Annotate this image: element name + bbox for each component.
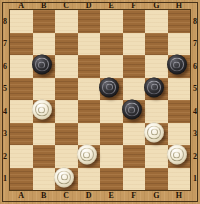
rank-label-right-3: 3 xyxy=(190,123,200,146)
rank-label-right-2: 2 xyxy=(190,145,200,168)
square-b5[interactable] xyxy=(33,78,56,101)
file-label-bottom-D: D xyxy=(78,190,101,201)
square-h5[interactable] xyxy=(168,78,191,101)
file-label-top-A: A xyxy=(10,0,33,10)
square-b1[interactable] xyxy=(33,168,56,191)
file-label-bottom-C: C xyxy=(55,190,78,201)
white-man-g3[interactable] xyxy=(144,122,164,142)
rank-label-left-4: 4 xyxy=(0,100,10,123)
file-label-top-B: B xyxy=(33,0,56,10)
square-e7[interactable] xyxy=(100,33,123,56)
square-h6[interactable] xyxy=(168,55,191,78)
square-d5[interactable] xyxy=(78,78,101,101)
square-f6[interactable] xyxy=(123,55,146,78)
square-b3[interactable] xyxy=(33,123,56,146)
square-d7[interactable] xyxy=(78,33,101,56)
square-h3[interactable] xyxy=(168,123,191,146)
rank-label-left-6: 6 xyxy=(0,55,10,78)
file-label-bottom-B: B xyxy=(33,190,56,201)
rank-label-right-7: 7 xyxy=(190,33,200,56)
rank-label-right-1: 1 xyxy=(190,168,200,191)
square-a4[interactable] xyxy=(10,100,33,123)
square-h2[interactable] xyxy=(168,145,191,168)
file-label-bottom-G: G xyxy=(145,190,168,201)
rank-label-left-7: 7 xyxy=(0,33,10,56)
black-man-b6[interactable] xyxy=(32,55,52,75)
square-c2[interactable] xyxy=(55,145,78,168)
file-label-bottom-H: H xyxy=(168,190,191,201)
square-f4[interactable] xyxy=(123,100,146,123)
square-a2[interactable] xyxy=(10,145,33,168)
square-a5[interactable] xyxy=(10,78,33,101)
square-c8[interactable] xyxy=(55,10,78,33)
square-d6[interactable] xyxy=(78,55,101,78)
black-man-g5[interactable] xyxy=(144,77,164,97)
square-d4[interactable] xyxy=(78,100,101,123)
square-c6[interactable] xyxy=(55,55,78,78)
black-man-e5[interactable] xyxy=(99,77,119,97)
square-g2[interactable] xyxy=(145,145,168,168)
white-man-c1[interactable] xyxy=(54,167,74,187)
black-man-h6[interactable] xyxy=(167,55,187,75)
square-e2[interactable] xyxy=(100,145,123,168)
file-label-bottom-E: E xyxy=(100,190,123,201)
square-e1[interactable] xyxy=(100,168,123,191)
rank-label-left-1: 1 xyxy=(0,168,10,191)
square-b4[interactable] xyxy=(33,100,56,123)
square-d1[interactable] xyxy=(78,168,101,191)
square-e5[interactable] xyxy=(100,78,123,101)
square-c1[interactable] xyxy=(55,168,78,191)
square-e6[interactable] xyxy=(100,55,123,78)
file-label-top-D: D xyxy=(78,0,101,10)
board xyxy=(10,10,190,190)
square-g5[interactable] xyxy=(145,78,168,101)
rank-label-left-2: 2 xyxy=(0,145,10,168)
square-d2[interactable] xyxy=(78,145,101,168)
square-h1[interactable] xyxy=(168,168,191,191)
rank-label-left-5: 5 xyxy=(0,78,10,101)
white-man-h2[interactable] xyxy=(167,145,187,165)
file-labels-top: ABCDEFGH xyxy=(10,0,190,10)
square-d3[interactable] xyxy=(78,123,101,146)
square-f5[interactable] xyxy=(123,78,146,101)
rank-label-right-8: 8 xyxy=(190,10,200,33)
file-label-top-E: E xyxy=(100,0,123,10)
rank-label-right-5: 5 xyxy=(190,78,200,101)
square-e4[interactable] xyxy=(100,100,123,123)
file-labels-bottom: ABCDEFGH xyxy=(10,190,190,204)
square-g4[interactable] xyxy=(145,100,168,123)
square-h4[interactable] xyxy=(168,100,191,123)
rank-label-left-3: 3 xyxy=(0,123,10,146)
square-f8[interactable] xyxy=(123,10,146,33)
board-frame: ABCDEFGH ABCDEFGH 87654321 87654321 xyxy=(0,0,200,204)
file-label-bottom-F: F xyxy=(123,190,146,201)
rank-label-right-4: 4 xyxy=(190,100,200,123)
square-b6[interactable] xyxy=(33,55,56,78)
square-a3[interactable] xyxy=(10,123,33,146)
square-c3[interactable] xyxy=(55,123,78,146)
square-c5[interactable] xyxy=(55,78,78,101)
square-b2[interactable] xyxy=(33,145,56,168)
square-a1[interactable] xyxy=(10,168,33,191)
square-c4[interactable] xyxy=(55,100,78,123)
rank-labels-right: 87654321 xyxy=(190,10,200,190)
square-g8[interactable] xyxy=(145,10,168,33)
square-g3[interactable] xyxy=(145,123,168,146)
square-e8[interactable] xyxy=(100,10,123,33)
square-a7[interactable] xyxy=(10,33,33,56)
white-man-b4[interactable] xyxy=(32,100,52,120)
square-f1[interactable] xyxy=(123,168,146,191)
black-man-f4[interactable] xyxy=(122,100,142,120)
square-b7[interactable] xyxy=(33,33,56,56)
rank-label-left-8: 8 xyxy=(0,10,10,33)
square-a8[interactable] xyxy=(10,10,33,33)
square-a6[interactable] xyxy=(10,55,33,78)
white-man-d2[interactable] xyxy=(77,145,97,165)
file-label-top-C: C xyxy=(55,0,78,10)
square-h8[interactable] xyxy=(168,10,191,33)
file-label-top-F: F xyxy=(123,0,146,10)
square-d8[interactable] xyxy=(78,10,101,33)
square-f3[interactable] xyxy=(123,123,146,146)
square-h7[interactable] xyxy=(168,33,191,56)
square-c7[interactable] xyxy=(55,33,78,56)
file-label-bottom-A: A xyxy=(10,190,33,201)
square-f2[interactable] xyxy=(123,145,146,168)
rank-label-right-6: 6 xyxy=(190,55,200,78)
rank-labels-left: 87654321 xyxy=(0,10,10,190)
square-b8[interactable] xyxy=(33,10,56,33)
square-g1[interactable] xyxy=(145,168,168,191)
square-g7[interactable] xyxy=(145,33,168,56)
square-g6[interactable] xyxy=(145,55,168,78)
file-label-top-H: H xyxy=(168,0,191,10)
file-label-top-G: G xyxy=(145,0,168,10)
square-f7[interactable] xyxy=(123,33,146,56)
square-e3[interactable] xyxy=(100,123,123,146)
